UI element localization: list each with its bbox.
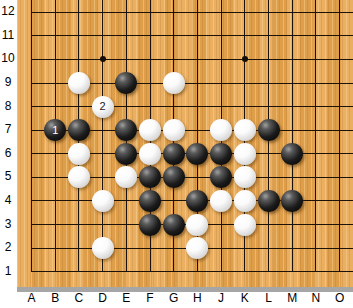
col-label-G: G — [166, 291, 182, 307]
black-stone-M6[interactable] — [281, 143, 303, 165]
black-stone-J6[interactable] — [210, 143, 232, 165]
col-label-F: F — [142, 291, 158, 307]
black-stone-F4[interactable] — [139, 190, 161, 212]
col-label-N: N — [308, 291, 324, 307]
col-label-K: K — [237, 291, 253, 307]
black-stone-G3[interactable] — [163, 214, 185, 236]
white-stone-G9[interactable] — [163, 72, 185, 94]
col-label-O: O — [332, 291, 348, 307]
grid-vline-N — [315, 0, 316, 272]
move-number-label-D8: 2 — [100, 101, 106, 112]
black-stone-L7[interactable] — [258, 119, 280, 141]
grid-hline-10 — [32, 59, 353, 60]
row-label-3: 3 — [0, 217, 16, 233]
move-number-label-B7: 1 — [52, 125, 58, 136]
white-stone-K4[interactable] — [234, 190, 256, 212]
col-label-J: J — [213, 291, 229, 307]
col-label-E: E — [118, 291, 134, 307]
grid-vline-O — [339, 0, 340, 272]
column-coordinate-labels: ABCDEFGHJKLMNO — [17, 291, 353, 308]
grid-hline-8 — [32, 106, 353, 107]
black-stone-G5[interactable] — [163, 166, 185, 188]
black-stone-H6[interactable] — [186, 143, 208, 165]
black-stone-F5[interactable] — [139, 166, 161, 188]
black-stone-B7[interactable]: 1 — [44, 119, 66, 141]
col-label-D: D — [95, 291, 111, 307]
black-stone-M4[interactable] — [281, 190, 303, 212]
row-label-7: 7 — [0, 122, 16, 138]
black-stone-E6[interactable] — [115, 143, 137, 165]
grid-hline-11 — [32, 35, 353, 36]
row-label-11: 11 — [0, 28, 16, 44]
col-label-C: C — [71, 291, 87, 307]
white-stone-J4[interactable] — [210, 190, 232, 212]
black-stone-F3[interactable] — [139, 214, 161, 236]
col-label-H: H — [189, 291, 205, 307]
grid-hline-1 — [32, 271, 353, 272]
row-label-2: 2 — [0, 240, 16, 256]
white-stone-D2[interactable] — [92, 237, 114, 259]
star-point-D10 — [100, 56, 106, 62]
row-label-4: 4 — [0, 193, 16, 209]
row-label-5: 5 — [0, 169, 16, 185]
row-label-10: 10 — [0, 51, 16, 67]
white-stone-G7[interactable] — [163, 119, 185, 141]
goban[interactable]: 12 — [17, 0, 353, 287]
grid-hline-12 — [32, 12, 353, 13]
row-label-9: 9 — [0, 75, 16, 91]
white-stone-C9[interactable] — [68, 72, 90, 94]
white-stone-K6[interactable] — [234, 143, 256, 165]
white-stone-H2[interactable] — [186, 237, 208, 259]
black-stone-L4[interactable] — [258, 190, 280, 212]
col-label-L: L — [261, 291, 277, 307]
row-label-1: 1 — [0, 264, 16, 280]
col-label-B: B — [47, 291, 63, 307]
black-stone-E7[interactable] — [115, 119, 137, 141]
black-stone-J5[interactable] — [210, 166, 232, 188]
black-stone-H4[interactable] — [186, 190, 208, 212]
star-point-K10 — [242, 56, 248, 62]
black-stone-G6[interactable] — [163, 143, 185, 165]
row-label-8: 8 — [0, 99, 16, 115]
row-coordinate-labels: 121110987654321 — [0, 0, 17, 287]
black-stone-E9[interactable] — [115, 72, 137, 94]
grid-vline-D — [102, 0, 103, 272]
white-stone-K5[interactable] — [234, 166, 256, 188]
row-label-12: 12 — [0, 4, 16, 20]
white-stone-H3[interactable] — [186, 214, 208, 236]
white-stone-C6[interactable] — [68, 143, 90, 165]
white-stone-K7[interactable] — [234, 119, 256, 141]
col-label-M: M — [284, 291, 300, 307]
white-stone-J7[interactable] — [210, 119, 232, 141]
white-stone-D4[interactable] — [92, 190, 114, 212]
col-label-A: A — [24, 291, 40, 307]
grid-vline-M — [292, 0, 293, 272]
white-stone-E5[interactable] — [115, 166, 137, 188]
black-stone-C7[interactable] — [68, 119, 90, 141]
go-diagram: 12 121110987654321 ABCDEFGHJKLMNO — [0, 0, 353, 308]
white-stone-C5[interactable] — [68, 166, 90, 188]
white-stone-F7[interactable] — [139, 119, 161, 141]
white-stone-D8[interactable]: 2 — [92, 96, 114, 118]
white-stone-K3[interactable] — [234, 214, 256, 236]
row-label-6: 6 — [0, 146, 16, 162]
grid-vline-A — [31, 0, 32, 272]
white-stone-F6[interactable] — [139, 143, 161, 165]
